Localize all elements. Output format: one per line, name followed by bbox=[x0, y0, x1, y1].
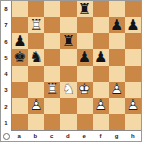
rank-label-7: 7 bbox=[1, 17, 11, 33]
piece-black-rook[interactable]: ♜ bbox=[77, 1, 93, 17]
square-b6[interactable] bbox=[28, 33, 44, 49]
piece-white-king[interactable]: ♚♔ bbox=[77, 82, 93, 98]
piece-white-rook[interactable]: ♜♖ bbox=[28, 17, 44, 33]
square-c5[interactable] bbox=[44, 49, 60, 65]
square-d5[interactable] bbox=[60, 49, 76, 65]
square-a1[interactable] bbox=[12, 114, 28, 130]
square-g8[interactable] bbox=[109, 1, 125, 17]
rank-labels: 87654321 bbox=[1, 1, 11, 131]
square-b8[interactable] bbox=[28, 1, 44, 17]
piece-white-pawn[interactable]: ♟♙ bbox=[125, 98, 141, 114]
square-h3[interactable] bbox=[125, 82, 141, 98]
square-e6[interactable] bbox=[77, 33, 93, 49]
piece-white-rook[interactable]: ♜♖ bbox=[44, 82, 60, 98]
white-knight-outline-glyph: ♘ bbox=[62, 82, 75, 97]
square-a3[interactable] bbox=[12, 82, 28, 98]
square-f8[interactable] bbox=[93, 1, 109, 17]
piece-white-pawn[interactable]: ♟♙ bbox=[28, 98, 44, 114]
square-a2[interactable] bbox=[12, 98, 28, 114]
piece-white-pawn[interactable]: ♟♙ bbox=[109, 82, 125, 98]
file-label-f: f bbox=[92, 131, 108, 141]
file-label-a: a bbox=[11, 131, 27, 141]
square-h1[interactable] bbox=[125, 114, 141, 130]
piece-black-rook[interactable]: ♜ bbox=[60, 33, 76, 49]
square-e8[interactable]: ♜ bbox=[77, 1, 93, 17]
square-f3[interactable] bbox=[93, 82, 109, 98]
white-rook-outline-glyph: ♖ bbox=[29, 18, 42, 33]
square-b1[interactable] bbox=[28, 114, 44, 130]
square-e5[interactable]: ♟ bbox=[77, 49, 93, 65]
board-corner bbox=[1, 131, 11, 141]
square-f6[interactable] bbox=[93, 33, 109, 49]
rank-label-1: 1 bbox=[1, 115, 11, 131]
side-to-move-indicator[interactable] bbox=[3, 133, 10, 140]
square-c3[interactable]: ♜♖ bbox=[44, 82, 60, 98]
square-b4[interactable] bbox=[28, 66, 44, 82]
square-a5[interactable]: ♚ bbox=[12, 49, 28, 65]
square-a8[interactable] bbox=[12, 1, 28, 17]
square-b5[interactable]: ♞ bbox=[28, 49, 44, 65]
piece-black-pawn[interactable]: ♟ bbox=[93, 49, 109, 65]
black-pawn-glyph: ♟ bbox=[126, 18, 139, 33]
square-h8[interactable] bbox=[125, 1, 141, 17]
piece-black-pawn[interactable]: ♟ bbox=[125, 17, 141, 33]
square-g6[interactable] bbox=[109, 33, 125, 49]
white-pawn-outline-glyph: ♙ bbox=[29, 98, 42, 113]
square-e1[interactable] bbox=[77, 114, 93, 130]
black-pawn-glyph: ♟ bbox=[94, 50, 107, 65]
rank-label-8: 8 bbox=[1, 1, 11, 17]
white-rook-outline-glyph: ♖ bbox=[46, 82, 59, 97]
square-f4[interactable] bbox=[93, 66, 109, 82]
black-pawn-glyph: ♟ bbox=[78, 50, 91, 65]
file-label-b: b bbox=[27, 131, 43, 141]
file-label-g: g bbox=[109, 131, 125, 141]
black-rook-glyph: ♜ bbox=[62, 34, 75, 49]
chess-diagram: 87654321 ♜♜♖♟♟♟♜♚♞♟♟♜♖♞♘♚♔♟♙♟♙♟♙♟♙ abcde… bbox=[0, 0, 142, 142]
square-g2[interactable] bbox=[109, 98, 125, 114]
square-f1[interactable] bbox=[93, 114, 109, 130]
rank-label-6: 6 bbox=[1, 34, 11, 50]
square-b2[interactable]: ♟♙ bbox=[28, 98, 44, 114]
black-rook-glyph: ♜ bbox=[78, 2, 91, 17]
square-h6[interactable] bbox=[125, 33, 141, 49]
square-a7[interactable] bbox=[12, 17, 28, 33]
piece-black-pawn[interactable]: ♟ bbox=[77, 49, 93, 65]
rank-label-3: 3 bbox=[1, 82, 11, 98]
file-label-e: e bbox=[76, 131, 92, 141]
square-a4[interactable] bbox=[12, 66, 28, 82]
square-b7[interactable]: ♜♖ bbox=[28, 17, 44, 33]
square-h7[interactable]: ♟ bbox=[125, 17, 141, 33]
piece-black-king[interactable]: ♚ bbox=[12, 49, 28, 65]
square-f7[interactable] bbox=[93, 17, 109, 33]
square-g5[interactable] bbox=[109, 49, 125, 65]
square-c1[interactable] bbox=[44, 114, 60, 130]
square-g4[interactable] bbox=[109, 66, 125, 82]
square-b3[interactable] bbox=[28, 82, 44, 98]
square-c7[interactable] bbox=[44, 17, 60, 33]
piece-black-pawn[interactable]: ♟ bbox=[12, 33, 28, 49]
piece-white-knight[interactable]: ♞♘ bbox=[60, 82, 76, 98]
white-king-outline-glyph: ♔ bbox=[78, 82, 91, 97]
square-d2[interactable] bbox=[60, 98, 76, 114]
piece-black-pawn[interactable]: ♟ bbox=[109, 17, 125, 33]
square-e4[interactable] bbox=[77, 66, 93, 82]
square-c6[interactable] bbox=[44, 33, 60, 49]
rank-label-4: 4 bbox=[1, 66, 11, 82]
white-pawn-outline-glyph: ♙ bbox=[110, 82, 123, 97]
black-knight-glyph: ♞ bbox=[29, 50, 42, 65]
piece-white-pawn[interactable]: ♟♙ bbox=[93, 98, 109, 114]
square-e2[interactable] bbox=[77, 98, 93, 114]
square-d8[interactable] bbox=[60, 1, 76, 17]
square-e7[interactable] bbox=[77, 17, 93, 33]
square-c4[interactable] bbox=[44, 66, 60, 82]
square-g7[interactable]: ♟ bbox=[109, 17, 125, 33]
square-a6[interactable]: ♟ bbox=[12, 33, 28, 49]
square-e3[interactable]: ♚♔ bbox=[77, 82, 93, 98]
square-c8[interactable] bbox=[44, 1, 60, 17]
piece-black-knight[interactable]: ♞ bbox=[28, 49, 44, 65]
black-pawn-glyph: ♟ bbox=[13, 34, 26, 49]
square-d3[interactable]: ♞♘ bbox=[60, 82, 76, 98]
rank-label-2: 2 bbox=[1, 99, 11, 115]
square-d6[interactable]: ♜ bbox=[60, 33, 76, 49]
square-h2[interactable]: ♟♙ bbox=[125, 98, 141, 114]
chess-board[interactable]: ♜♜♖♟♟♟♜♚♞♟♟♜♖♞♘♚♔♟♙♟♙♟♙♟♙ bbox=[11, 1, 141, 131]
white-pawn-outline-glyph: ♙ bbox=[94, 98, 107, 113]
black-king-glyph: ♚ bbox=[13, 50, 26, 65]
black-pawn-glyph: ♟ bbox=[110, 18, 123, 33]
white-pawn-outline-glyph: ♙ bbox=[126, 98, 139, 113]
square-g1[interactable] bbox=[109, 114, 125, 130]
rank-label-5: 5 bbox=[1, 50, 11, 66]
square-h4[interactable] bbox=[125, 66, 141, 82]
square-c2[interactable] bbox=[44, 98, 60, 114]
square-h5[interactable] bbox=[125, 49, 141, 65]
file-label-c: c bbox=[44, 131, 60, 141]
square-f2[interactable]: ♟♙ bbox=[93, 98, 109, 114]
file-label-h: h bbox=[125, 131, 141, 141]
square-d1[interactable] bbox=[60, 114, 76, 130]
file-label-d: d bbox=[60, 131, 76, 141]
square-f5[interactable]: ♟ bbox=[93, 49, 109, 65]
square-d4[interactable] bbox=[60, 66, 76, 82]
square-d7[interactable] bbox=[60, 17, 76, 33]
file-labels: abcdefgh bbox=[11, 131, 141, 141]
square-g3[interactable]: ♟♙ bbox=[109, 82, 125, 98]
